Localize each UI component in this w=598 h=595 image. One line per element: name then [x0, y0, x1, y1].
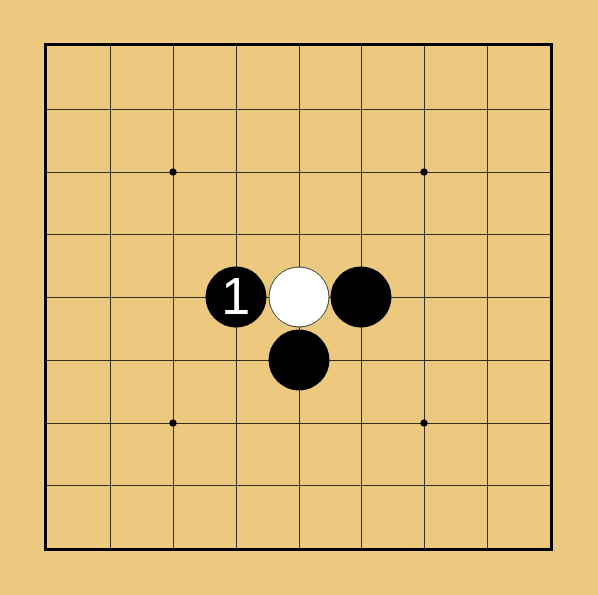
star-point	[169, 168, 176, 175]
move-number-label: 1	[221, 270, 250, 325]
go-board[interactable]: 1	[44, 43, 553, 551]
black-stone	[331, 267, 392, 328]
go-diagram: 1	[0, 0, 598, 595]
black-stone: 1	[205, 267, 266, 328]
star-point	[421, 168, 428, 175]
white-stone	[268, 267, 329, 328]
board-overlay: 1	[47, 46, 550, 548]
black-stone	[268, 329, 329, 390]
star-point	[169, 419, 176, 426]
star-point	[421, 419, 428, 426]
